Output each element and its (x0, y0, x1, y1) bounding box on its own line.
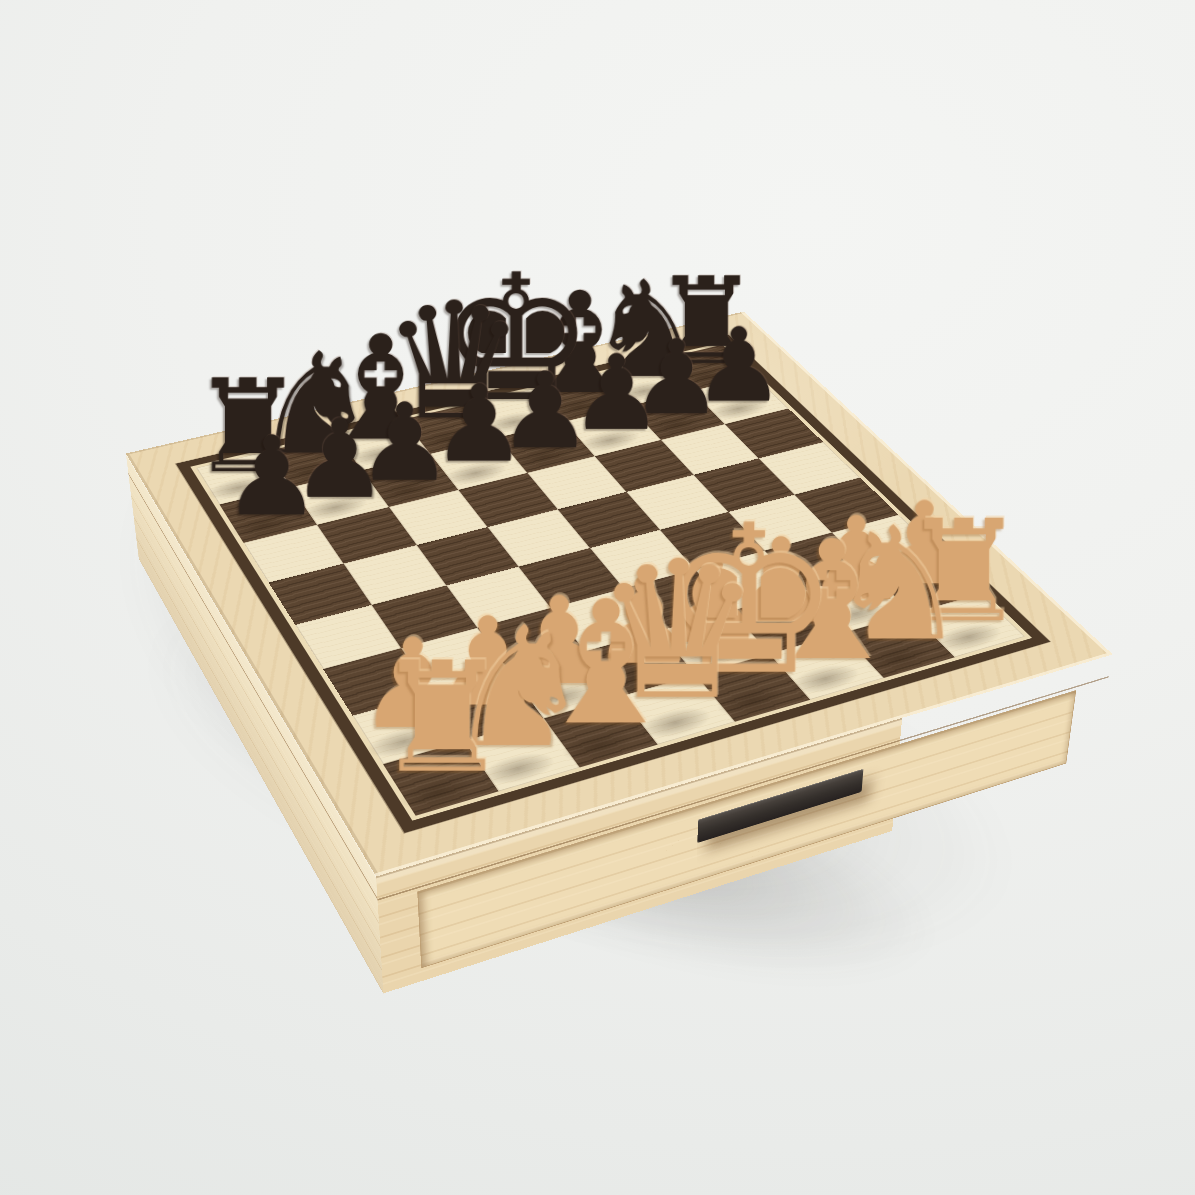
square-b7: ♟ (291, 470, 388, 524)
wood-rook-a1: ♜ (295, 643, 590, 795)
product-photo-scene: ♜♞♝♛♚♝♞♜♟♟♟♟♟♟♟♟♟♟♟♟♟♟♟♟♜♞♝♛♚♝♞♜ (0, 0, 1195, 1195)
chess-box: ♜♞♝♛♚♝♞♜♟♟♟♟♟♟♟♟♟♟♟♟♟♟♟♟♜♞♝♛♚♝♞♜ (126, 312, 1113, 877)
